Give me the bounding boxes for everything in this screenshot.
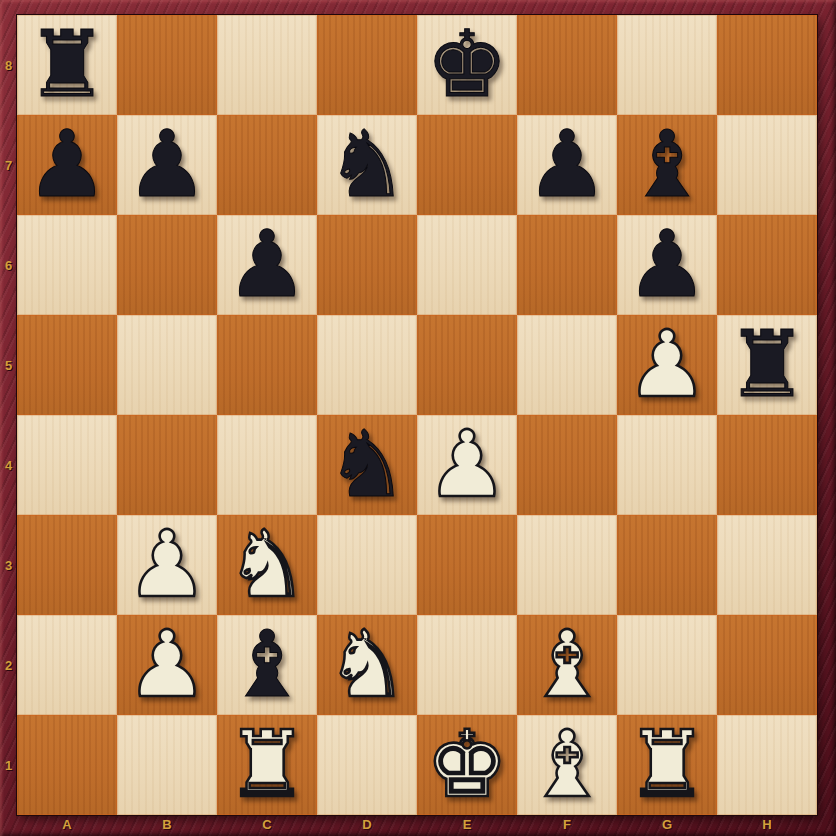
square-e6[interactable] [417,215,517,315]
rank-labels: 87654321 [0,15,17,815]
square-b2[interactable]: ♟ [117,615,217,715]
square-c8[interactable] [217,15,317,115]
square-h8[interactable] [717,15,817,115]
square-a4[interactable] [17,415,117,515]
file-label-d: D [317,815,417,836]
square-h5[interactable]: ♜ [717,315,817,415]
square-d3[interactable] [317,515,417,615]
square-h6[interactable] [717,215,817,315]
square-f4[interactable] [517,415,617,515]
piece-white-knight-c3[interactable]: ♞ [217,515,317,615]
square-h7[interactable] [717,115,817,215]
piece-white-bishop-f1[interactable]: ♝ [517,715,617,815]
square-a2[interactable] [17,615,117,715]
square-f1[interactable]: ♝ [517,715,617,815]
square-f5[interactable] [517,315,617,415]
square-g7[interactable]: ♝ [617,115,717,215]
file-label-g: G [617,815,717,836]
square-e5[interactable] [417,315,517,415]
square-d6[interactable] [317,215,417,315]
square-f6[interactable] [517,215,617,315]
piece-white-bishop-f2[interactable]: ♝ [517,615,617,715]
piece-black-pawn-c6[interactable]: ♟ [217,215,317,315]
square-h4[interactable] [717,415,817,515]
file-label-b: B [117,815,217,836]
square-a8[interactable]: ♜ [17,15,117,115]
square-e1[interactable]: ♚ [417,715,517,815]
rank-label-6: 6 [0,215,17,315]
square-g5[interactable]: ♟ [617,315,717,415]
file-label-a: A [17,815,117,836]
square-c4[interactable] [217,415,317,515]
square-a5[interactable] [17,315,117,415]
square-g1[interactable]: ♜ [617,715,717,815]
piece-black-bishop-c2[interactable]: ♝ [217,615,317,715]
square-g3[interactable] [617,515,717,615]
square-c2[interactable]: ♝ [217,615,317,715]
rank-label-8: 8 [0,15,17,115]
file-label-c: C [217,815,317,836]
rank-label-3: 3 [0,515,17,615]
square-a7[interactable]: ♟ [17,115,117,215]
square-b4[interactable] [117,415,217,515]
square-a6[interactable] [17,215,117,315]
square-f3[interactable] [517,515,617,615]
file-label-f: F [517,815,617,836]
square-d1[interactable] [317,715,417,815]
square-f2[interactable]: ♝ [517,615,617,715]
square-d8[interactable] [317,15,417,115]
file-label-h: H [717,815,817,836]
piece-black-pawn-g6[interactable]: ♟ [617,215,717,315]
chess-board-frame: 87654321 ♜♚♟♟♞♟♝♟♟♟♜♞♟♟♞♟♝♞♝♜♚♝♜ ABCDEFG… [0,0,836,836]
square-f8[interactable] [517,15,617,115]
square-b6[interactable] [117,215,217,315]
square-a3[interactable] [17,515,117,615]
square-a1[interactable] [17,715,117,815]
piece-black-rook-a8[interactable]: ♜ [17,15,117,115]
square-b3[interactable]: ♟ [117,515,217,615]
file-labels: ABCDEFGH [17,815,817,836]
square-d2[interactable]: ♞ [317,615,417,715]
piece-black-bishop-g7[interactable]: ♝ [617,115,717,215]
piece-white-rook-g1[interactable]: ♜ [617,715,717,815]
rank-label-5: 5 [0,315,17,415]
piece-white-pawn-e4[interactable]: ♟ [417,415,517,515]
square-b8[interactable] [117,15,217,115]
square-g6[interactable]: ♟ [617,215,717,315]
rank-label-2: 2 [0,615,17,715]
square-h1[interactable] [717,715,817,815]
square-h2[interactable] [717,615,817,715]
square-d7[interactable]: ♞ [317,115,417,215]
piece-white-king-e1[interactable]: ♚ [417,715,517,815]
rank-label-7: 7 [0,115,17,215]
square-c1[interactable]: ♜ [217,715,317,815]
square-f7[interactable]: ♟ [517,115,617,215]
piece-white-knight-d2[interactable]: ♞ [317,615,417,715]
chess-board: ♜♚♟♟♞♟♝♟♟♟♜♞♟♟♞♟♝♞♝♜♚♝♜ [17,15,817,815]
piece-black-king-e8[interactable]: ♚ [417,15,517,115]
square-b1[interactable] [117,715,217,815]
rank-label-4: 4 [0,415,17,515]
square-c7[interactable] [217,115,317,215]
square-h3[interactable] [717,515,817,615]
piece-black-knight-d4[interactable]: ♞ [317,415,417,515]
piece-white-pawn-b2[interactable]: ♟ [117,615,217,715]
square-e3[interactable] [417,515,517,615]
square-e2[interactable] [417,615,517,715]
piece-black-pawn-a7[interactable]: ♟ [17,115,117,215]
piece-white-pawn-b3[interactable]: ♟ [117,515,217,615]
square-d4[interactable]: ♞ [317,415,417,515]
square-c5[interactable] [217,315,317,415]
square-c3[interactable]: ♞ [217,515,317,615]
piece-black-knight-d7[interactable]: ♞ [317,115,417,215]
piece-black-pawn-b7[interactable]: ♟ [117,115,217,215]
piece-black-rook-h5[interactable]: ♜ [717,315,817,415]
square-g4[interactable] [617,415,717,515]
piece-white-rook-c1[interactable]: ♜ [217,715,317,815]
square-e7[interactable] [417,115,517,215]
square-b5[interactable] [117,315,217,415]
square-d5[interactable] [317,315,417,415]
file-label-e: E [417,815,517,836]
square-e4[interactable]: ♟ [417,415,517,515]
square-g8[interactable] [617,15,717,115]
square-b7[interactable]: ♟ [117,115,217,215]
square-g2[interactable] [617,615,717,715]
piece-black-pawn-f7[interactable]: ♟ [517,115,617,215]
square-e8[interactable]: ♚ [417,15,517,115]
square-c6[interactable]: ♟ [217,215,317,315]
rank-label-1: 1 [0,715,17,815]
piece-white-pawn-g5[interactable]: ♟ [617,315,717,415]
